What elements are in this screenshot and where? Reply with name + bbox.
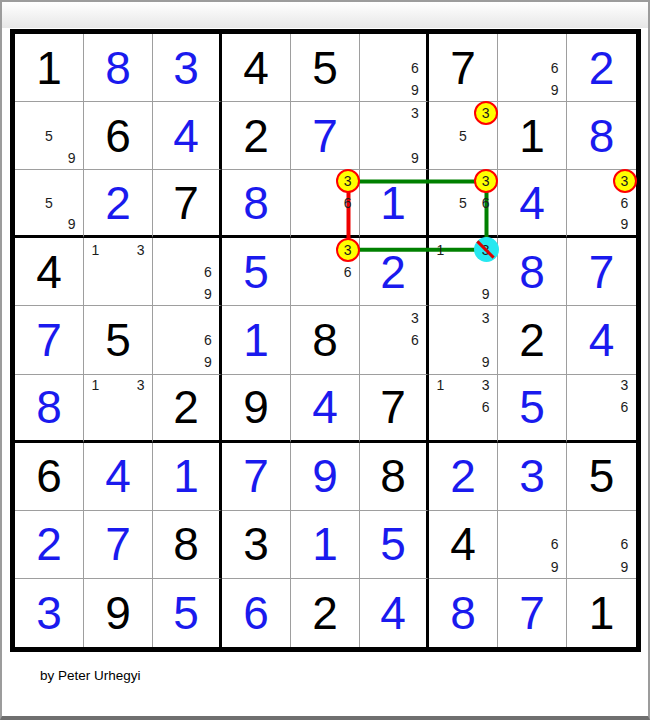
- cell-r7c9[interactable]: 5: [567, 443, 636, 511]
- cell-r8c1[interactable]: 2: [15, 511, 84, 579]
- candidate-3-marked[interactable]: 3: [336, 238, 359, 260]
- given-digit: 9: [105, 590, 131, 636]
- cell-r9c3[interactable]: 5: [153, 579, 222, 647]
- cell-r7c5[interactable]: 9: [291, 443, 360, 511]
- candidate-9[interactable]: 9: [543, 556, 566, 578]
- candidate-1[interactable]: 1: [429, 375, 452, 397]
- cell-r6c9[interactable]: 36: [567, 375, 636, 443]
- solved-digit: 8: [243, 180, 269, 226]
- candidate-9[interactable]: 9: [197, 283, 219, 305]
- solved-digit: 8: [519, 249, 545, 295]
- cell-r5c1[interactable]: 7: [15, 306, 84, 374]
- solved-digit: 4: [519, 180, 545, 226]
- candidate-5[interactable]: 5: [38, 192, 61, 214]
- solved-digit: 7: [36, 317, 62, 363]
- cell-r7c1[interactable]: 6: [15, 443, 84, 511]
- candidate-6[interactable]: 6: [543, 56, 566, 78]
- solved-digit: 2: [450, 453, 476, 499]
- cell-r9c8[interactable]: 7: [498, 579, 567, 647]
- cell-r4c8[interactable]: 8: [498, 238, 567, 306]
- given-digit: 2: [173, 384, 199, 430]
- cell-r1c7[interactable]: 7: [429, 34, 498, 102]
- candidate-6[interactable]: 6: [543, 533, 566, 555]
- cell-r1c5[interactable]: 5: [291, 34, 360, 102]
- given-digit: 1: [36, 45, 62, 91]
- solved-digit: 7: [519, 590, 545, 636]
- candidate-6[interactable]: 6: [197, 329, 219, 351]
- candidate-6[interactable]: 6: [404, 56, 426, 78]
- solved-digit: 1: [173, 453, 199, 499]
- given-digit: 7: [450, 45, 476, 91]
- solved-digit: 8: [450, 590, 476, 636]
- cell-r1c2[interactable]: 8: [84, 34, 153, 102]
- solved-digit: 4: [105, 453, 131, 499]
- cell-r2c4[interactable]: 2: [222, 102, 291, 170]
- candidate-9[interactable]: 9: [60, 147, 83, 169]
- given-digit: 6: [105, 113, 131, 159]
- cell-r3c2[interactable]: 2: [84, 170, 153, 238]
- candidate-3[interactable]: 3: [404, 306, 426, 328]
- given-digit: 5: [589, 453, 615, 499]
- cell-r6c5[interactable]: 4: [291, 375, 360, 443]
- given-digit: 2: [312, 590, 338, 636]
- given-digit: 6: [36, 453, 62, 499]
- cell-r2c9[interactable]: 8: [567, 102, 636, 170]
- cell-r8c6[interactable]: 5: [360, 511, 429, 579]
- candidate-3[interactable]: 3: [613, 375, 636, 397]
- given-digit: 4: [36, 249, 62, 295]
- solved-digit: 3: [173, 45, 199, 91]
- cell-r4c3[interactable]: 69: [153, 238, 222, 306]
- solved-digit: 4: [312, 384, 338, 430]
- cell-r2c7[interactable]: 35: [429, 102, 498, 170]
- cell-r9c4[interactable]: 6: [222, 579, 291, 647]
- candidate-3[interactable]: 3: [404, 102, 426, 124]
- cell-r3c6[interactable]: 1: [360, 170, 429, 238]
- cell-r6c3[interactable]: 2: [153, 375, 222, 443]
- cell-r7c3[interactable]: 1: [153, 443, 222, 511]
- given-digit: 3: [243, 521, 269, 567]
- candidate-3[interactable]: 3: [474, 375, 497, 397]
- candidate-9[interactable]: 9: [404, 79, 426, 101]
- candidate-3-marked[interactable]: 3: [474, 238, 497, 260]
- solved-digit: 3: [36, 590, 62, 636]
- cell-r5c5[interactable]: 8: [291, 306, 360, 374]
- given-digit: 8: [380, 453, 406, 499]
- cell-r6c2[interactable]: 13: [84, 375, 153, 443]
- solved-digit: 7: [243, 453, 269, 499]
- candidate-6[interactable]: 6: [613, 533, 636, 555]
- solved-digit: 2: [589, 45, 615, 91]
- cell-r6c8[interactable]: 5: [498, 375, 567, 443]
- cell-r4c2[interactable]: 13: [84, 238, 153, 306]
- cell-r7c2[interactable]: 4: [84, 443, 153, 511]
- cell-r9c6[interactable]: 4: [360, 579, 429, 647]
- cell-r9c5[interactable]: 2: [291, 579, 360, 647]
- cell-r8c4[interactable]: 3: [222, 511, 291, 579]
- cell-r3c9[interactable]: 369: [567, 170, 636, 238]
- candidate-6[interactable]: 6: [613, 192, 636, 214]
- solved-digit: 7: [105, 521, 131, 567]
- cell-r5c9[interactable]: 4: [567, 306, 636, 374]
- cell-r5c7[interactable]: 39: [429, 306, 498, 374]
- solved-digit: 5: [519, 384, 545, 430]
- cell-r2c3[interactable]: 4: [153, 102, 222, 170]
- solved-digit: 5: [173, 590, 199, 636]
- window-titlebar: [2, 2, 648, 28]
- solved-digit: 1: [312, 521, 338, 567]
- given-digit: 7: [380, 384, 406, 430]
- given-digit: 4: [243, 45, 269, 91]
- candidate-5[interactable]: 5: [452, 124, 475, 146]
- candidate-9[interactable]: 9: [474, 283, 497, 305]
- candidate-6[interactable]: 6: [474, 192, 497, 214]
- candidate-9[interactable]: 9: [613, 214, 636, 236]
- candidate-6[interactable]: 6: [474, 396, 497, 418]
- cell-r3c3[interactable]: 7: [153, 170, 222, 238]
- cell-r3c7[interactable]: 356: [429, 170, 498, 238]
- cell-r9c2[interactable]: 9: [84, 579, 153, 647]
- candidate-9[interactable]: 9: [60, 214, 83, 236]
- given-digit: 4: [450, 521, 476, 567]
- candidate-3-marked[interactable]: 3: [474, 102, 497, 124]
- candidate-6[interactable]: 6: [613, 396, 636, 418]
- solved-digit: 5: [243, 249, 269, 295]
- cell-r6c6[interactable]: 7: [360, 375, 429, 443]
- candidate-9[interactable]: 9: [543, 79, 566, 101]
- solved-digit: 1: [243, 317, 269, 363]
- solved-digit: 2: [380, 249, 406, 295]
- given-digit: 5: [312, 45, 338, 91]
- solved-digit: 6: [243, 590, 269, 636]
- cell-r4c9[interactable]: 7: [567, 238, 636, 306]
- candidate-1[interactable]: 1: [429, 238, 452, 260]
- cell-r9c1[interactable]: 3: [15, 579, 84, 647]
- candidate-6[interactable]: 6: [336, 261, 359, 283]
- solved-digit: 4: [380, 590, 406, 636]
- cell-r5c6[interactable]: 36: [360, 306, 429, 374]
- given-digit: 1: [589, 590, 615, 636]
- given-digit: 8: [312, 317, 338, 363]
- given-digit: 7: [173, 180, 199, 226]
- cell-r8c2[interactable]: 7: [84, 511, 153, 579]
- solved-digit: 8: [589, 113, 615, 159]
- candidate-3[interactable]: 3: [474, 306, 497, 328]
- solved-digit: 4: [173, 113, 199, 159]
- given-digit: 1: [519, 113, 545, 159]
- cell-r8c5[interactable]: 1: [291, 511, 360, 579]
- given-digit: 9: [243, 384, 269, 430]
- candidate-1[interactable]: 1: [84, 375, 107, 397]
- cell-r9c7[interactable]: 8: [429, 579, 498, 647]
- cell-r4c7[interactable]: 139: [429, 238, 498, 306]
- author-credit: by Peter Urhegyi: [40, 668, 141, 683]
- cell-r1c9[interactable]: 2: [567, 34, 636, 102]
- cell-r5c8[interactable]: 2: [498, 306, 567, 374]
- candidate-6[interactable]: 6: [404, 329, 426, 351]
- cell-r7c8[interactable]: 3: [498, 443, 567, 511]
- candidate-6[interactable]: 6: [336, 192, 359, 214]
- cell-r4c4[interactable]: 5: [222, 238, 291, 306]
- candidate-9[interactable]: 9: [613, 556, 636, 578]
- solved-digit: 2: [105, 180, 131, 226]
- cell-r3c5[interactable]: 36: [291, 170, 360, 238]
- candidate-3[interactable]: 3: [129, 375, 152, 397]
- sudoku-board: 1834569769259642739351859278361356436941…: [10, 29, 641, 652]
- cell-r2c2[interactable]: 6: [84, 102, 153, 170]
- cell-r5c4[interactable]: 1: [222, 306, 291, 374]
- candidate-5[interactable]: 5: [38, 124, 61, 146]
- cell-r8c8[interactable]: 69: [498, 511, 567, 579]
- cell-r9c9[interactable]: 1: [567, 579, 636, 647]
- cell-r3c1[interactable]: 59: [15, 170, 84, 238]
- candidate-6[interactable]: 6: [197, 261, 219, 283]
- cell-r7c4[interactable]: 7: [222, 443, 291, 511]
- candidate-5[interactable]: 5: [452, 192, 475, 214]
- window-frame: 1834569769259642739351859278361356436941…: [0, 0, 650, 720]
- solved-digit: 1: [380, 180, 406, 226]
- cell-r6c1[interactable]: 8: [15, 375, 84, 443]
- solved-digit: 8: [36, 384, 62, 430]
- given-digit: 5: [105, 317, 131, 363]
- given-digit: 8: [173, 521, 199, 567]
- cell-r2c6[interactable]: 39: [360, 102, 429, 170]
- solved-digit: 8: [105, 45, 131, 91]
- candidate-9[interactable]: 9: [474, 351, 497, 373]
- candidate-3[interactable]: 3: [129, 238, 152, 260]
- candidate-3-marked[interactable]: 3: [336, 170, 359, 192]
- candidate-3-marked[interactable]: 3: [613, 170, 636, 192]
- solved-digit: 3: [519, 453, 545, 499]
- solved-digit: 7: [589, 249, 615, 295]
- cell-r8c9[interactable]: 69: [567, 511, 636, 579]
- solved-digit: 4: [589, 317, 615, 363]
- solved-digit: 2: [36, 521, 62, 567]
- cell-r4c1[interactable]: 4: [15, 238, 84, 306]
- solved-digit: 7: [312, 113, 338, 159]
- candidate-9[interactable]: 9: [404, 147, 426, 169]
- cell-r8c7[interactable]: 4: [429, 511, 498, 579]
- candidate-9[interactable]: 9: [197, 351, 219, 373]
- cell-grid: 1834569769259642739351859278361356436941…: [15, 34, 636, 647]
- cell-r5c2[interactable]: 5: [84, 306, 153, 374]
- cell-r2c1[interactable]: 59: [15, 102, 84, 170]
- cell-r2c5[interactable]: 7: [291, 102, 360, 170]
- cell-r1c6[interactable]: 69: [360, 34, 429, 102]
- cell-r1c8[interactable]: 69: [498, 34, 567, 102]
- cell-r4c6[interactable]: 2: [360, 238, 429, 306]
- cell-r8c3[interactable]: 8: [153, 511, 222, 579]
- cell-r7c7[interactable]: 2: [429, 443, 498, 511]
- cell-r3c8[interactable]: 4: [498, 170, 567, 238]
- cell-r3c4[interactable]: 8: [222, 170, 291, 238]
- cell-r2c8[interactable]: 1: [498, 102, 567, 170]
- cell-r7c6[interactable]: 8: [360, 443, 429, 511]
- solved-digit: 9: [312, 453, 338, 499]
- cell-r5c3[interactable]: 69: [153, 306, 222, 374]
- candidate-1[interactable]: 1: [84, 238, 107, 260]
- cell-r6c7[interactable]: 136: [429, 375, 498, 443]
- solved-digit: 5: [380, 521, 406, 567]
- cell-r6c4[interactable]: 9: [222, 375, 291, 443]
- cell-r4c5[interactable]: 36: [291, 238, 360, 306]
- given-digit: 2: [519, 317, 545, 363]
- candidate-3-marked[interactable]: 3: [474, 170, 497, 192]
- cell-r1c1[interactable]: 1: [15, 34, 84, 102]
- given-digit: 2: [243, 113, 269, 159]
- cell-r1c3[interactable]: 3: [153, 34, 222, 102]
- cell-r1c4[interactable]: 4: [222, 34, 291, 102]
